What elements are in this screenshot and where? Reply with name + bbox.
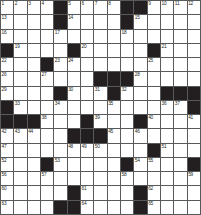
blocked-cell <box>81 129 93 142</box>
clue-number: 16 <box>2 30 7 35</box>
clue-number: 60 <box>2 186 7 191</box>
grid-cell[interactable] <box>134 101 146 114</box>
grid-cell[interactable] <box>41 44 53 57</box>
grid-cell[interactable] <box>94 201 106 214</box>
clue-number: 29 <box>2 87 7 92</box>
grid-cell[interactable] <box>28 186 40 199</box>
grid-cell[interactable] <box>161 15 173 28</box>
grid-cell[interactable] <box>148 72 160 85</box>
clue-number: 5 <box>68 1 70 6</box>
grid-cell[interactable]: 49 <box>81 144 93 157</box>
blocked-cell <box>68 129 80 142</box>
grid-cell[interactable] <box>174 144 186 157</box>
grid-cell[interactable] <box>161 158 173 171</box>
grid-cell[interactable]: 43 <box>14 129 26 142</box>
grid-cell[interactable] <box>148 172 160 185</box>
grid-cell[interactable]: 20 <box>81 44 93 57</box>
grid-cell[interactable] <box>94 186 106 199</box>
grid-cell[interactable] <box>161 129 173 142</box>
grid-cell[interactable] <box>94 30 106 43</box>
grid-cell[interactable] <box>108 158 120 171</box>
blocked-cell <box>54 1 66 14</box>
grid-cell[interactable] <box>68 172 80 185</box>
blocked-cell <box>68 201 80 214</box>
grid-cell[interactable]: 60 <box>1 186 13 199</box>
clue-number: 30 <box>68 87 73 92</box>
blocked-cell <box>134 186 146 199</box>
grid-cell[interactable] <box>94 58 106 71</box>
grid-cell[interactable]: 44 <box>28 129 40 142</box>
clue-number: 2 <box>15 1 17 6</box>
blocked-cell <box>54 87 66 100</box>
grid-cell[interactable]: 40 <box>148 115 160 128</box>
clue-number: 15 <box>135 15 140 20</box>
grid-cell[interactable] <box>161 58 173 71</box>
clue-number: 26 <box>2 72 7 77</box>
grid-cell[interactable] <box>54 129 66 142</box>
blocked-cell <box>94 129 106 142</box>
clue-number: 34 <box>55 101 60 106</box>
grid-cell[interactable] <box>68 115 80 128</box>
grid-cell[interactable]: 34 <box>54 101 66 114</box>
grid-cell[interactable] <box>148 129 160 142</box>
blocked-cell <box>68 186 80 199</box>
grid-cell[interactable] <box>174 72 186 85</box>
grid-cell[interactable] <box>174 129 186 142</box>
clue-number: 65 <box>148 201 153 206</box>
blocked-cell <box>1 101 13 114</box>
grid-cell[interactable]: 9 <box>148 1 160 14</box>
grid-cell[interactable] <box>188 186 200 199</box>
grid-cell[interactable] <box>108 201 120 214</box>
grid-cell[interactable]: 3 <box>28 1 40 14</box>
grid-cell[interactable]: 47 <box>1 144 13 157</box>
clue-number: 27 <box>41 72 46 77</box>
clue-number: 1 <box>2 1 4 6</box>
grid-cell[interactable] <box>161 115 173 128</box>
clue-number: 63 <box>2 201 7 206</box>
clue-number: 32 <box>121 87 126 92</box>
grid-cell[interactable] <box>108 58 120 71</box>
grid-cell[interactable]: 13 <box>1 15 13 28</box>
grid-cell[interactable]: 46 <box>134 129 146 142</box>
grid-cell[interactable] <box>14 87 26 100</box>
grid-cell[interactable] <box>28 87 40 100</box>
blocked-cell <box>188 87 200 100</box>
grid-cell[interactable] <box>174 172 186 185</box>
clue-number: 53 <box>55 158 60 163</box>
clue-number: 19 <box>15 44 20 49</box>
grid-cell[interactable]: 57 <box>41 172 53 185</box>
grid-cell[interactable]: 55 <box>148 158 160 171</box>
clue-number: 41 <box>188 115 193 120</box>
grid-cell[interactable]: 52 <box>1 158 13 171</box>
grid-cell[interactable] <box>121 201 133 214</box>
grid-cell[interactable] <box>28 15 40 28</box>
grid-cell[interactable] <box>54 186 66 199</box>
grid-cell[interactable]: 30 <box>68 87 80 100</box>
clue-number: 17 <box>55 30 60 35</box>
grid-cell[interactable] <box>188 44 200 57</box>
clue-number: 51 <box>161 144 166 149</box>
grid-cell[interactable] <box>94 172 106 185</box>
grid-cell[interactable] <box>14 172 26 185</box>
clue-number: 31 <box>95 87 100 92</box>
clue-number: 33 <box>15 101 20 106</box>
grid-cell[interactable] <box>134 44 146 57</box>
grid-cell[interactable] <box>28 158 40 171</box>
grid-cell[interactable] <box>41 144 53 157</box>
grid-cell[interactable]: 51 <box>161 144 173 157</box>
grid-cell[interactable]: 19 <box>14 44 26 57</box>
grid-cell[interactable] <box>28 144 40 157</box>
grid-cell[interactable]: 1 <box>1 1 13 14</box>
grid-cell[interactable] <box>188 72 200 85</box>
grid-cell[interactable]: 39 <box>94 115 106 128</box>
grid-cell[interactable] <box>121 58 133 71</box>
grid-cell[interactable] <box>68 158 80 171</box>
clue-number: 6 <box>81 1 83 6</box>
grid-cell[interactable]: 65 <box>148 201 160 214</box>
grid-cell[interactable] <box>174 58 186 71</box>
grid-cell[interactable]: 16 <box>1 30 13 43</box>
grid-cell[interactable] <box>121 186 133 199</box>
clue-number: 7 <box>95 1 97 6</box>
clue-number: 13 <box>2 15 7 20</box>
grid-cell[interactable] <box>121 44 133 57</box>
blocked-cell <box>134 201 146 214</box>
clue-number: 42 <box>2 129 7 134</box>
grid-cell[interactable]: 59 <box>188 172 200 185</box>
clue-number: 14 <box>68 15 73 20</box>
clue-number: 4 <box>41 1 43 6</box>
blocked-cell <box>121 158 133 171</box>
grid-cell[interactable] <box>188 30 200 43</box>
clue-number: 38 <box>41 115 46 120</box>
grid-cell[interactable]: 56 <box>1 172 13 185</box>
blocked-cell <box>134 115 146 128</box>
grid-cell[interactable]: 12 <box>188 1 200 14</box>
grid-cell[interactable]: 41 <box>188 115 200 128</box>
grid-cell[interactable]: 31 <box>94 87 106 100</box>
blocked-cell <box>81 115 93 128</box>
grid-cell[interactable] <box>134 172 146 185</box>
grid-cell[interactable] <box>134 87 146 100</box>
grid-cell[interactable]: 63 <box>1 201 13 214</box>
grid-cell[interactable] <box>14 72 26 85</box>
grid-cell[interactable]: 32 <box>121 87 133 100</box>
clue-number: 50 <box>95 144 100 149</box>
grid-cell[interactable]: 21 <box>161 44 173 57</box>
clue-number: 21 <box>161 44 166 49</box>
blocked-cell <box>188 101 200 114</box>
clue-number: 40 <box>148 115 153 120</box>
grid-cell[interactable]: 53 <box>54 158 66 171</box>
blocked-cell <box>148 44 160 57</box>
grid-cell[interactable]: 48 <box>68 144 80 157</box>
clue-number: 37 <box>175 101 180 106</box>
grid-cell[interactable]: 8 <box>108 1 120 14</box>
blocked-cell <box>41 58 53 71</box>
clue-number: 43 <box>15 129 20 134</box>
grid-cell[interactable] <box>14 30 26 43</box>
clue-number: 24 <box>68 58 73 63</box>
grid-cell[interactable] <box>41 129 53 142</box>
grid-cell[interactable] <box>188 58 200 71</box>
grid-cell[interactable] <box>28 30 40 43</box>
grid-cell[interactable] <box>68 30 80 43</box>
grid-cell[interactable]: 38 <box>41 115 53 128</box>
crossword-grid: 1234567891011121314151617181920212223242… <box>0 0 201 215</box>
grid-cell[interactable] <box>14 186 26 199</box>
grid-cell[interactable] <box>28 172 40 185</box>
grid-cell[interactable] <box>148 30 160 43</box>
grid-cell[interactable] <box>41 101 53 114</box>
blocked-cell <box>54 201 66 214</box>
grid-cell[interactable]: 35 <box>108 101 120 114</box>
grid-cell[interactable] <box>54 144 66 157</box>
grid-cell[interactable]: 23 <box>54 58 66 71</box>
grid-cell[interactable]: 58 <box>121 172 133 185</box>
grid-cell[interactable] <box>41 87 53 100</box>
grid-cell[interactable]: 62 <box>148 186 160 199</box>
clue-number: 46 <box>135 129 140 134</box>
blocked-cell <box>1 44 13 57</box>
grid-cell[interactable] <box>188 201 200 214</box>
grid-cell[interactable]: 25 <box>148 58 160 71</box>
clue-number: 64 <box>81 201 86 206</box>
grid-cell[interactable]: 61 <box>81 186 93 199</box>
clue-number: 11 <box>175 1 180 6</box>
grid-cell[interactable] <box>108 186 120 199</box>
clue-number: 52 <box>2 158 7 163</box>
grid-cell[interactable] <box>174 115 186 128</box>
grid-cell[interactable] <box>41 201 53 214</box>
grid-cell[interactable] <box>14 158 26 171</box>
grid-cell[interactable] <box>108 15 120 28</box>
grid-cell[interactable] <box>108 172 120 185</box>
clue-number: 48 <box>68 144 73 149</box>
grid-cell[interactable] <box>81 15 93 28</box>
grid-cell[interactable]: 10 <box>161 1 173 14</box>
grid-cell[interactable]: 54 <box>134 158 146 171</box>
grid-cell[interactable] <box>81 101 93 114</box>
grid-cell[interactable] <box>41 30 53 43</box>
clue-number: 59 <box>188 172 193 177</box>
blocked-cell <box>121 72 133 85</box>
grid-cell[interactable] <box>28 58 40 71</box>
grid-cell[interactable] <box>121 101 133 114</box>
grid-cell[interactable]: 15 <box>134 15 146 28</box>
grid-cell[interactable] <box>54 172 66 185</box>
grid-cell[interactable] <box>14 201 26 214</box>
clue-number: 12 <box>188 1 193 6</box>
grid-cell[interactable] <box>108 44 120 57</box>
grid-cell[interactable] <box>54 44 66 57</box>
grid-cell[interactable] <box>161 72 173 85</box>
blocked-cell <box>108 72 120 85</box>
grid-cell[interactable] <box>134 30 146 43</box>
grid-cell[interactable]: 28 <box>134 72 146 85</box>
grid-cell[interactable]: 11 <box>174 1 186 14</box>
grid-cell[interactable]: 26 <box>1 72 13 85</box>
grid-cell[interactable] <box>121 115 133 128</box>
clue-number: 54 <box>135 158 140 163</box>
grid-cell[interactable]: 45 <box>108 129 120 142</box>
blocked-cell <box>108 87 120 100</box>
clue-number: 28 <box>135 72 140 77</box>
blocked-cell <box>68 44 80 57</box>
grid-cell[interactable] <box>121 144 133 157</box>
grid-cell[interactable] <box>41 186 53 199</box>
grid-cell[interactable] <box>94 44 106 57</box>
grid-cell[interactable] <box>54 115 66 128</box>
grid-cell[interactable] <box>134 58 146 71</box>
grid-cell[interactable] <box>94 15 106 28</box>
grid-cell[interactable] <box>174 15 186 28</box>
grid-cell[interactable] <box>68 101 80 114</box>
blocked-cell <box>188 158 200 171</box>
clue-number: 8 <box>108 1 110 6</box>
grid-cell[interactable] <box>121 129 133 142</box>
grid-cell[interactable] <box>174 186 186 199</box>
clue-number: 61 <box>81 186 86 191</box>
grid-cell[interactable] <box>161 201 173 214</box>
grid-cell[interactable]: 29 <box>1 87 13 100</box>
grid-cell[interactable] <box>28 44 40 57</box>
grid-cell[interactable] <box>188 129 200 142</box>
grid-cell[interactable] <box>174 201 186 214</box>
grid-cell[interactable] <box>28 101 40 114</box>
clue-number: 35 <box>108 101 113 106</box>
grid-cell[interactable] <box>108 115 120 128</box>
grid-cell[interactable] <box>188 15 200 28</box>
grid-cell[interactable]: 4 <box>41 1 53 14</box>
grid-cell[interactable] <box>188 144 200 157</box>
grid-cell[interactable] <box>14 58 26 71</box>
grid-cell[interactable] <box>148 101 160 114</box>
grid-cell[interactable] <box>108 30 120 43</box>
clue-number: 36 <box>161 101 166 106</box>
grid-cell[interactable]: 2 <box>14 1 26 14</box>
grid-cell[interactable] <box>94 101 106 114</box>
blocked-cell <box>1 115 13 128</box>
clue-number: 57 <box>41 172 46 177</box>
clue-number: 49 <box>81 144 86 149</box>
clue-number: 62 <box>148 186 153 191</box>
blocked-cell <box>121 15 133 28</box>
blocked-cell <box>148 144 160 157</box>
grid-cell[interactable] <box>14 144 26 157</box>
grid-cell[interactable] <box>161 30 173 43</box>
blocked-cell <box>134 1 146 14</box>
grid-cell[interactable] <box>174 158 186 171</box>
blocked-cell <box>121 1 133 14</box>
blocked-cell <box>41 158 53 171</box>
grid-cell[interactable] <box>94 158 106 171</box>
grid-cell[interactable] <box>174 30 186 43</box>
grid-cell[interactable]: 22 <box>1 58 13 71</box>
clue-number: 56 <box>2 172 7 177</box>
grid-cell[interactable] <box>81 158 93 171</box>
grid-cell[interactable]: 6 <box>81 1 93 14</box>
clue-number: 44 <box>28 129 33 134</box>
grid-cell[interactable] <box>81 87 93 100</box>
grid-cell[interactable]: 7 <box>94 1 106 14</box>
clue-number: 22 <box>2 58 7 63</box>
grid-cell[interactable] <box>41 15 53 28</box>
grid-cell[interactable]: 14 <box>68 15 80 28</box>
clue-number: 45 <box>108 129 113 134</box>
grid-cell[interactable]: 36 <box>161 101 173 114</box>
clue-number: 18 <box>121 30 126 35</box>
blocked-cell <box>54 15 66 28</box>
grid-cell[interactable] <box>161 186 173 199</box>
grid-cell[interactable]: 5 <box>68 1 80 14</box>
grid-cell[interactable]: 42 <box>1 129 13 142</box>
grid-cell[interactable] <box>161 172 173 185</box>
clue-number: 20 <box>81 44 86 49</box>
blocked-cell <box>161 87 173 100</box>
clue-number: 23 <box>55 58 60 63</box>
grid-cell[interactable]: 50 <box>94 144 106 157</box>
blocked-cell <box>94 72 106 85</box>
clue-number: 25 <box>148 58 153 63</box>
grid-cell[interactable] <box>81 30 93 43</box>
grid-cell[interactable] <box>68 72 80 85</box>
grid-cell[interactable]: 33 <box>14 101 26 114</box>
grid-cell[interactable] <box>14 15 26 28</box>
grid-cell[interactable] <box>134 144 146 157</box>
grid-cell[interactable] <box>148 87 160 100</box>
grid-cell[interactable] <box>108 144 120 157</box>
grid-cell[interactable]: 17 <box>54 30 66 43</box>
clue-number: 47 <box>2 144 7 149</box>
blocked-cell <box>28 115 40 128</box>
grid-cell[interactable]: 64 <box>81 201 93 214</box>
blocked-cell <box>174 87 186 100</box>
grid-cell[interactable]: 27 <box>41 72 53 85</box>
clue-number: 55 <box>148 158 153 163</box>
clue-number: 58 <box>121 172 126 177</box>
blocked-cell <box>14 115 26 128</box>
grid-cell[interactable] <box>148 15 160 28</box>
clue-number: 10 <box>161 1 166 6</box>
grid-cell[interactable] <box>81 72 93 85</box>
grid-cell[interactable] <box>174 44 186 57</box>
clue-number: 9 <box>148 1 150 6</box>
grid-cell[interactable] <box>28 201 40 214</box>
grid-cell[interactable] <box>28 72 40 85</box>
grid-cell[interactable]: 18 <box>121 30 133 43</box>
grid-cell[interactable]: 24 <box>68 58 80 71</box>
grid-cell[interactable] <box>81 58 93 71</box>
grid-cell[interactable]: 37 <box>174 101 186 114</box>
grid-cell[interactable] <box>54 72 66 85</box>
clue-number: 3 <box>28 1 30 6</box>
grid-cell[interactable] <box>81 172 93 185</box>
clue-number: 39 <box>95 115 100 120</box>
